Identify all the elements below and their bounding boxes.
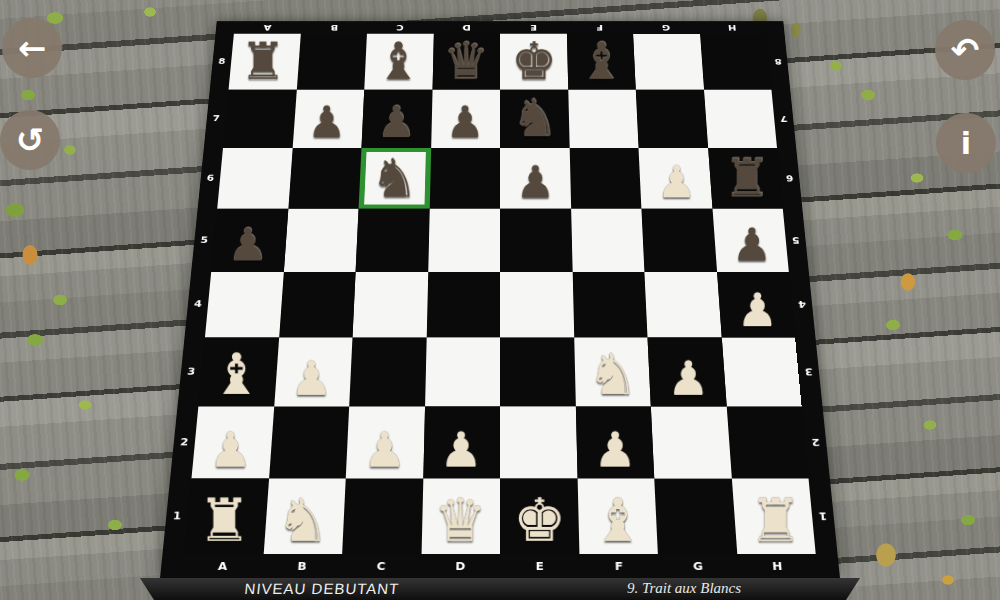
square-g6[interactable]: ♟ [639, 148, 713, 209]
square-h6[interactable]: ♜ [708, 148, 783, 209]
chess-board: ABCDEFGH ABCDEFGH 87654321 87654321 ♜♝♛♚… [160, 21, 840, 578]
rank-label-right-8: 8 [774, 57, 782, 66]
square-b1[interactable]: ♞ [263, 479, 346, 554]
square-a3[interactable]: ♝ [198, 338, 278, 407]
files-top: ABCDEFGH [234, 22, 766, 33]
file-label-h: H [772, 560, 783, 572]
black-king[interactable]: ♚ [511, 35, 557, 86]
square-g8[interactable] [633, 34, 704, 90]
white-queen[interactable]: ♛ [434, 490, 487, 549]
undo-arrow-icon: ↶ [951, 30, 980, 70]
file-label-b: B [297, 560, 307, 572]
board-squares: ♜♝♛♚♝♟♟♟♞♞♟♟♜♟♟♟♝♟♞♟♟♟♟♟♜♞♛♚♝♜ [184, 34, 815, 554]
square-c2[interactable]: ♟ [346, 407, 425, 479]
files-bottom: ABCDEFGH [182, 558, 817, 576]
rank-label-5: 5 [200, 235, 209, 245]
square-a6[interactable] [217, 148, 292, 209]
black-rook[interactable]: ♜ [723, 151, 771, 204]
square-a8[interactable]: ♜ [229, 34, 301, 90]
rank-label-6: 6 [206, 173, 214, 183]
square-h3[interactable] [721, 338, 801, 407]
square-g5[interactable] [641, 208, 716, 271]
square-f3[interactable]: ♞ [574, 338, 651, 407]
square-f6[interactable] [569, 148, 641, 209]
level-label: NIVEAU DEBUTANT [244, 580, 401, 597]
rank-label-right-7: 7 [780, 114, 788, 123]
chess-app-screen: ABCDEFGH ABCDEFGH 87654321 87654321 ♜♝♛♚… [0, 0, 1000, 600]
board-front-face: NIVEAU DEBUTANT 9. Trait aux Blancs [140, 578, 860, 600]
white-rook[interactable]: ♜ [749, 490, 802, 549]
black-rook[interactable]: ♜ [240, 35, 286, 86]
black-pawn[interactable]: ♟ [227, 222, 268, 267]
square-g4[interactable] [644, 272, 721, 338]
back-arrow-icon: ← [18, 28, 47, 68]
white-pawn[interactable]: ♟ [667, 355, 709, 402]
square-b6[interactable] [288, 148, 362, 209]
square-c1[interactable] [342, 479, 423, 554]
white-bishop[interactable]: ♝ [211, 346, 262, 403]
file-label-top-h: H [728, 23, 737, 32]
file-label-a: A [218, 560, 228, 572]
rank-label-right-1: 1 [818, 510, 827, 522]
white-knight[interactable]: ♞ [587, 346, 638, 403]
square-b2[interactable] [269, 407, 350, 479]
white-pawn[interactable]: ♟ [209, 426, 252, 474]
white-rook[interactable]: ♜ [197, 490, 250, 549]
square-d5[interactable] [428, 208, 500, 271]
square-d1[interactable]: ♛ [421, 479, 500, 554]
square-d7[interactable]: ♟ [431, 90, 500, 148]
square-c5[interactable] [356, 208, 430, 271]
black-knight[interactable]: ♞ [511, 92, 558, 144]
square-c8[interactable]: ♝ [364, 34, 433, 90]
rank-label-right-3: 3 [804, 366, 813, 377]
square-f2[interactable]: ♟ [575, 407, 654, 479]
square-d2[interactable]: ♟ [423, 407, 500, 479]
white-bishop[interactable]: ♝ [592, 490, 645, 549]
white-pawn[interactable]: ♟ [440, 426, 483, 474]
file-label-top-g: G [662, 23, 671, 32]
square-a1[interactable]: ♜ [184, 479, 268, 554]
square-h5[interactable]: ♟ [712, 208, 789, 271]
rotate-icon: ↺ [16, 120, 45, 160]
square-a5[interactable]: ♟ [211, 208, 288, 271]
square-e8[interactable]: ♚ [500, 34, 568, 90]
square-e6[interactable]: ♟ [500, 148, 571, 209]
square-c4[interactable] [352, 272, 427, 338]
black-bishop[interactable]: ♝ [579, 35, 625, 86]
rank-label-right-5: 5 [791, 235, 800, 245]
file-label-top-e: E [530, 23, 537, 32]
square-b7[interactable]: ♟ [292, 90, 364, 148]
black-pawn[interactable]: ♟ [515, 160, 555, 204]
black-pawn[interactable]: ♟ [732, 222, 773, 267]
square-e7[interactable]: ♞ [500, 90, 569, 148]
square-a4[interactable] [205, 272, 283, 338]
info-icon: i [961, 126, 971, 161]
white-pawn[interactable]: ♟ [657, 160, 697, 204]
file-label-top-b: B [330, 23, 338, 32]
square-g1[interactable] [654, 479, 737, 554]
white-pawn[interactable]: ♟ [594, 426, 637, 474]
rank-label-1: 1 [172, 510, 181, 522]
square-d6[interactable] [429, 148, 500, 209]
turn-indicator: 9. Trait aux Blancs [627, 580, 741, 597]
rank-label-2: 2 [180, 437, 189, 448]
square-e5[interactable] [500, 208, 572, 271]
black-pawn[interactable]: ♟ [308, 101, 347, 145]
square-e2[interactable] [500, 407, 577, 479]
square-e1[interactable]: ♚ [500, 479, 579, 554]
square-h2[interactable] [726, 407, 808, 479]
square-g2[interactable] [651, 407, 732, 479]
square-e3[interactable] [500, 338, 575, 407]
square-h8[interactable] [700, 34, 772, 90]
square-b3[interactable]: ♟ [274, 338, 353, 407]
square-a7[interactable] [223, 90, 296, 148]
file-label-d: D [455, 560, 465, 572]
rank-label-8: 8 [218, 57, 226, 66]
square-e4[interactable] [500, 272, 574, 338]
square-g7[interactable] [636, 90, 708, 148]
square-f4[interactable] [572, 272, 647, 338]
rank-label-right-6: 6 [785, 173, 793, 183]
white-knight[interactable]: ♞ [276, 490, 329, 549]
rank-label-right-2: 2 [811, 437, 820, 448]
file-label-top-c: C [397, 23, 405, 32]
white-pawn[interactable]: ♟ [290, 355, 332, 402]
square-d3[interactable] [425, 338, 500, 407]
file-label-top-d: D [463, 23, 471, 32]
square-f7[interactable] [568, 90, 639, 148]
square-c6[interactable]: ♞ [359, 148, 431, 209]
square-h4[interactable]: ♟ [717, 272, 795, 338]
file-label-e: E [535, 560, 543, 572]
white-king[interactable]: ♚ [513, 490, 566, 549]
rank-label-4: 4 [194, 299, 203, 310]
file-label-g: G [693, 560, 704, 572]
square-c3[interactable] [349, 338, 426, 407]
square-g3[interactable]: ♟ [648, 338, 727, 407]
rank-label-7: 7 [212, 114, 220, 123]
file-label-top-f: F [596, 23, 603, 32]
file-label-top-a: A [263, 23, 271, 32]
square-h7[interactable] [704, 90, 777, 148]
square-d8[interactable]: ♛ [432, 34, 500, 90]
info-button[interactable]: i [936, 113, 996, 173]
undo-move-button[interactable]: ↶ [935, 20, 995, 80]
square-f1[interactable]: ♝ [577, 479, 658, 554]
square-h1[interactable]: ♜ [731, 479, 815, 554]
square-b8[interactable] [296, 34, 367, 90]
white-pawn[interactable]: ♟ [363, 426, 406, 474]
square-b4[interactable] [279, 272, 356, 338]
black-pawn[interactable]: ♟ [446, 101, 485, 145]
black-pawn[interactable]: ♟ [377, 101, 416, 145]
square-b5[interactable] [283, 208, 358, 271]
square-a2[interactable]: ♟ [191, 407, 273, 479]
black-knight[interactable]: ♞ [370, 151, 418, 204]
square-f5[interactable] [571, 208, 645, 271]
white-pawn[interactable]: ♟ [737, 287, 779, 333]
black-queen[interactable]: ♛ [443, 35, 489, 86]
rotate-board-button[interactable]: ↺ [0, 110, 60, 170]
file-label-c: C [377, 560, 386, 572]
square-d4[interactable] [426, 272, 500, 338]
rank-label-3: 3 [187, 366, 196, 377]
file-label-f: F [615, 560, 624, 572]
black-bishop[interactable]: ♝ [375, 35, 421, 86]
square-c7[interactable]: ♟ [361, 90, 432, 148]
rank-label-right-4: 4 [798, 299, 807, 310]
square-f8[interactable]: ♝ [567, 34, 636, 90]
back-button[interactable]: ← [2, 18, 62, 78]
